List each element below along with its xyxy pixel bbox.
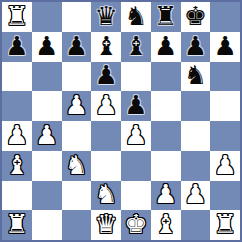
square-h3[interactable]: ♟ xyxy=(210,151,240,181)
square-b5[interactable] xyxy=(32,91,62,121)
square-h2[interactable] xyxy=(210,181,240,211)
square-a4[interactable]: ♟ xyxy=(2,121,32,151)
square-d4[interactable] xyxy=(91,121,121,151)
square-f8[interactable]: ♜ xyxy=(151,2,181,32)
square-c5[interactable]: ♟ xyxy=(62,91,92,121)
piece-white-pawn[interactable]: ♟ xyxy=(94,92,117,118)
square-f6[interactable] xyxy=(151,62,181,92)
square-d8[interactable]: ♛ xyxy=(91,2,121,32)
square-e7[interactable]: ♝ xyxy=(121,32,151,62)
square-b7[interactable]: ♟ xyxy=(32,32,62,62)
square-c4[interactable] xyxy=(62,121,92,151)
piece-black-knight[interactable]: ♞ xyxy=(184,62,207,88)
square-h4[interactable] xyxy=(210,121,240,151)
piece-white-pawn[interactable]: ♟ xyxy=(124,122,147,148)
piece-black-pawn[interactable]: ♟ xyxy=(213,33,236,59)
square-g2[interactable]: ♟ xyxy=(181,181,211,211)
piece-white-rook[interactable]: ♜ xyxy=(5,211,28,237)
piece-white-pawn[interactable]: ♟ xyxy=(184,181,207,207)
square-e8[interactable]: ♞ xyxy=(121,2,151,32)
square-c3[interactable]: ♞ xyxy=(62,151,92,181)
square-a2[interactable] xyxy=(2,181,32,211)
piece-black-knight[interactable]: ♞ xyxy=(124,3,147,29)
square-c7[interactable]: ♟ xyxy=(62,32,92,62)
square-e1[interactable]: ♚ xyxy=(121,210,151,240)
square-g5[interactable] xyxy=(181,91,211,121)
square-b6[interactable] xyxy=(32,62,62,92)
piece-black-pawn[interactable]: ♟ xyxy=(184,33,207,59)
square-f1[interactable]: ♝ xyxy=(151,210,181,240)
square-b8[interactable] xyxy=(32,2,62,32)
piece-black-bishop[interactable]: ♝ xyxy=(94,33,117,59)
piece-white-pawn[interactable]: ♟ xyxy=(65,92,88,118)
piece-black-pawn[interactable]: ♟ xyxy=(94,62,117,88)
square-h7[interactable]: ♟ xyxy=(210,32,240,62)
piece-white-pawn[interactable]: ♟ xyxy=(213,152,236,178)
square-a6[interactable] xyxy=(2,62,32,92)
square-h6[interactable] xyxy=(210,62,240,92)
square-e4[interactable]: ♟ xyxy=(121,121,151,151)
square-h5[interactable] xyxy=(210,91,240,121)
square-c2[interactable] xyxy=(62,181,92,211)
square-f3[interactable] xyxy=(151,151,181,181)
square-e2[interactable] xyxy=(121,181,151,211)
square-c6[interactable] xyxy=(62,62,92,92)
square-f7[interactable]: ♟ xyxy=(151,32,181,62)
square-a7[interactable]: ♟ xyxy=(2,32,32,62)
square-b2[interactable] xyxy=(32,181,62,211)
square-a8[interactable]: ♜ xyxy=(2,2,32,32)
square-g4[interactable] xyxy=(181,121,211,151)
square-d5[interactable]: ♟ xyxy=(91,91,121,121)
piece-white-knight[interactable]: ♞ xyxy=(94,181,117,207)
piece-black-pawn[interactable]: ♟ xyxy=(35,33,58,59)
piece-black-pawn[interactable]: ♟ xyxy=(5,33,28,59)
square-f4[interactable] xyxy=(151,121,181,151)
piece-white-rook[interactable]: ♜ xyxy=(5,3,28,29)
square-d2[interactable]: ♞ xyxy=(91,181,121,211)
square-a3[interactable]: ♝ xyxy=(2,151,32,181)
square-b3[interactable] xyxy=(32,151,62,181)
piece-black-queen[interactable]: ♛ xyxy=(94,3,117,29)
piece-white-pawn[interactable]: ♟ xyxy=(5,122,28,148)
chess-board: ♜♛♞♜♚♟♟♟♝♝♟♟♟♟♞♟♟♟♟♟♟♝♞♟♞♟♟♜♛♚♝♜ xyxy=(0,0,242,242)
piece-white-knight[interactable]: ♞ xyxy=(65,152,88,178)
square-e6[interactable] xyxy=(121,62,151,92)
square-d6[interactable]: ♟ xyxy=(91,62,121,92)
square-g3[interactable] xyxy=(181,151,211,181)
square-c8[interactable] xyxy=(62,2,92,32)
piece-white-pawn[interactable]: ♟ xyxy=(35,122,58,148)
piece-black-pawn[interactable]: ♟ xyxy=(124,92,147,118)
square-e5[interactable]: ♟ xyxy=(121,91,151,121)
piece-white-king[interactable]: ♚ xyxy=(124,211,147,237)
square-g6[interactable]: ♞ xyxy=(181,62,211,92)
square-f2[interactable]: ♟ xyxy=(151,181,181,211)
piece-black-rook[interactable]: ♜ xyxy=(154,3,177,29)
piece-black-bishop[interactable]: ♝ xyxy=(124,33,147,59)
piece-white-bishop[interactable]: ♝ xyxy=(5,152,28,178)
piece-black-pawn[interactable]: ♟ xyxy=(154,33,177,59)
piece-white-bishop[interactable]: ♝ xyxy=(154,211,177,237)
square-f5[interactable] xyxy=(151,91,181,121)
square-c1[interactable] xyxy=(62,210,92,240)
square-a5[interactable] xyxy=(2,91,32,121)
piece-black-king[interactable]: ♚ xyxy=(184,3,207,29)
piece-white-rook[interactable]: ♜ xyxy=(213,211,236,237)
piece-white-pawn[interactable]: ♟ xyxy=(154,181,177,207)
piece-white-queen[interactable]: ♛ xyxy=(94,211,117,237)
square-d7[interactable]: ♝ xyxy=(91,32,121,62)
square-h8[interactable] xyxy=(210,2,240,32)
piece-black-pawn[interactable]: ♟ xyxy=(65,33,88,59)
square-d3[interactable] xyxy=(91,151,121,181)
square-e3[interactable] xyxy=(121,151,151,181)
square-a1[interactable]: ♜ xyxy=(2,210,32,240)
square-h1[interactable]: ♜ xyxy=(210,210,240,240)
square-g7[interactable]: ♟ xyxy=(181,32,211,62)
square-d1[interactable]: ♛ xyxy=(91,210,121,240)
square-g1[interactable] xyxy=(181,210,211,240)
square-b1[interactable] xyxy=(32,210,62,240)
square-g8[interactable]: ♚ xyxy=(181,2,211,32)
square-b4[interactable]: ♟ xyxy=(32,121,62,151)
